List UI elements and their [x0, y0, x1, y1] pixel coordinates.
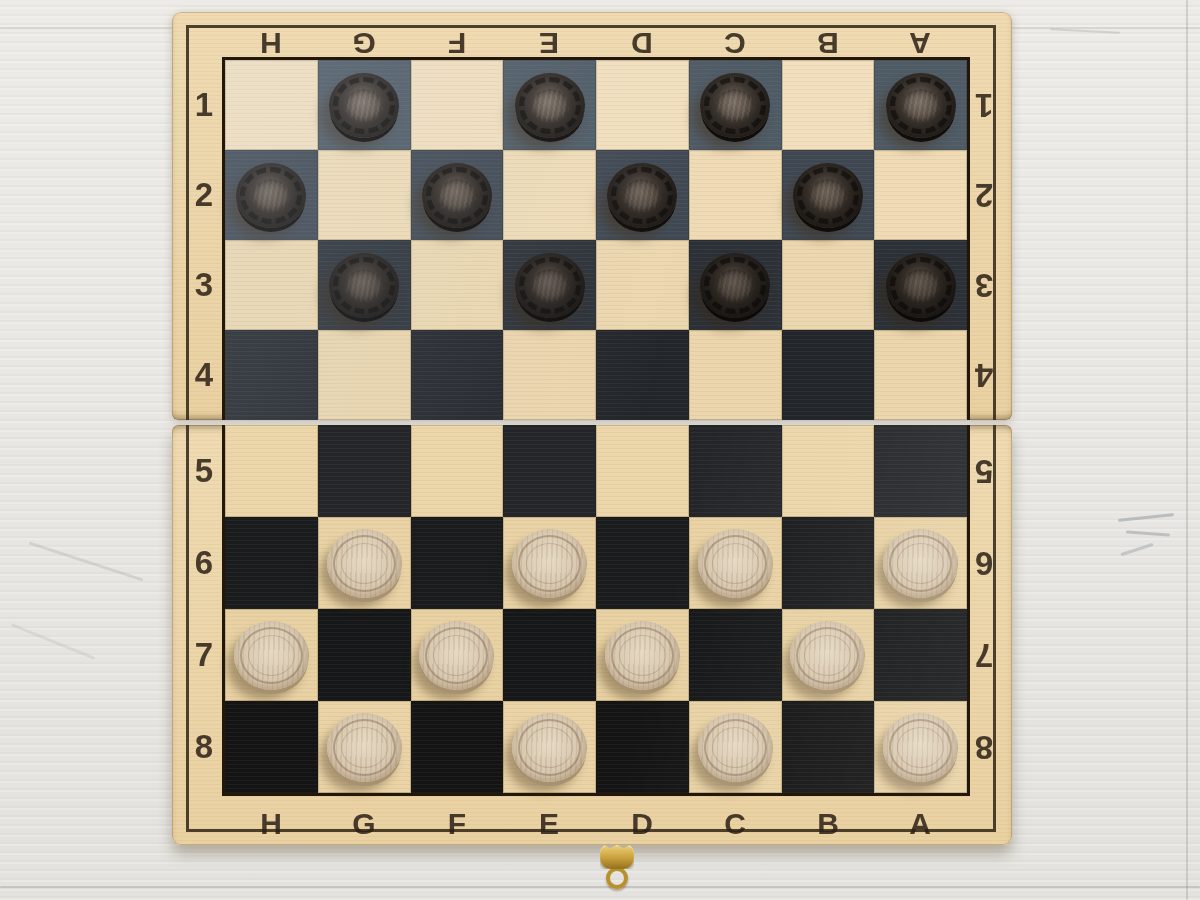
square-d2[interactable]: [596, 150, 689, 240]
square-c7[interactable]: [689, 609, 782, 701]
rank-label-right-6: 6: [975, 544, 993, 582]
square-g3[interactable]: [318, 240, 411, 330]
square-f7[interactable]: [411, 609, 504, 701]
light-checker-c8[interactable]: [698, 713, 773, 782]
file-label-top-c: C: [724, 26, 746, 60]
square-h2[interactable]: [225, 150, 318, 240]
square-b5[interactable]: [782, 425, 875, 517]
file-label-top-g: G: [352, 26, 375, 60]
square-c2[interactable]: [689, 150, 782, 240]
square-f1[interactable]: [411, 60, 504, 150]
rank-label-right-1: 1: [975, 86, 993, 124]
square-h1[interactable]: [225, 60, 318, 150]
square-a6[interactable]: [874, 517, 967, 609]
square-e4[interactable]: [503, 330, 596, 420]
table-streak: [11, 623, 96, 659]
dark-checker-g3[interactable]: [329, 253, 399, 318]
square-e8[interactable]: [503, 701, 596, 793]
dark-checker-b2[interactable]: [793, 163, 863, 228]
square-e6[interactable]: [503, 517, 596, 609]
file-label-top-h: H: [260, 26, 282, 60]
square-b7[interactable]: [782, 609, 875, 701]
folding-checkers-board: HHGGFFEEDDCCBBAA1122334455667788: [172, 12, 1012, 845]
dark-checker-d2[interactable]: [607, 163, 677, 228]
rank-label-left-2: 2: [195, 176, 213, 214]
file-label-top-e: E: [539, 26, 559, 60]
dark-checker-e3[interactable]: [515, 253, 585, 318]
square-f6[interactable]: [411, 517, 504, 609]
file-label-bottom-a: A: [909, 807, 931, 841]
rank-label-left-1: 1: [195, 86, 213, 124]
file-label-bottom-h: H: [260, 807, 282, 841]
square-g1[interactable]: [318, 60, 411, 150]
rank-label-right-4: 4: [975, 356, 993, 394]
square-e2[interactable]: [503, 150, 596, 240]
rank-label-left-6: 6: [195, 544, 213, 582]
square-g4[interactable]: [318, 330, 411, 420]
table-streak: [28, 542, 143, 582]
square-f3[interactable]: [411, 240, 504, 330]
square-c8[interactable]: [689, 701, 782, 793]
file-label-top-a: A: [909, 26, 931, 60]
square-a4[interactable]: [874, 330, 967, 420]
square-b3[interactable]: [782, 240, 875, 330]
square-e1[interactable]: [503, 60, 596, 150]
rank-label-left-3: 3: [195, 266, 213, 304]
square-d1[interactable]: [596, 60, 689, 150]
square-b4[interactable]: [782, 330, 875, 420]
square-c4[interactable]: [689, 330, 782, 420]
square-h8[interactable]: [225, 701, 318, 793]
file-label-top-b: B: [817, 26, 839, 60]
square-e7[interactable]: [503, 609, 596, 701]
square-f2[interactable]: [411, 150, 504, 240]
light-checker-a8[interactable]: [883, 713, 958, 782]
rank-label-left-5: 5: [195, 452, 213, 490]
dark-checker-a3[interactable]: [886, 253, 956, 318]
rank-label-left-8: 8: [195, 728, 213, 766]
rank-label-left-7: 7: [195, 636, 213, 674]
square-h4[interactable]: [225, 330, 318, 420]
square-a8[interactable]: [874, 701, 967, 793]
light-checker-g8[interactable]: [327, 713, 402, 782]
square-b1[interactable]: [782, 60, 875, 150]
brass-latch: [597, 845, 637, 887]
dark-checker-f2[interactable]: [422, 163, 492, 228]
square-h6[interactable]: [225, 517, 318, 609]
square-f5[interactable]: [411, 425, 504, 517]
latch-hook: [606, 867, 628, 889]
square-b8[interactable]: [782, 701, 875, 793]
square-g7[interactable]: [318, 609, 411, 701]
square-e5[interactable]: [503, 425, 596, 517]
pencil-scribble: [1118, 513, 1174, 522]
square-b2[interactable]: [782, 150, 875, 240]
file-label-bottom-c: C: [724, 807, 746, 841]
square-g2[interactable]: [318, 150, 411, 240]
light-checker-a6[interactable]: [883, 529, 958, 598]
dark-checker-e1[interactable]: [515, 73, 585, 138]
square-e3[interactable]: [503, 240, 596, 330]
square-a2[interactable]: [874, 150, 967, 240]
light-checker-g6[interactable]: [327, 529, 402, 598]
square-g5[interactable]: [318, 425, 411, 517]
file-label-bottom-d: D: [631, 807, 653, 841]
dark-checker-h2[interactable]: [236, 163, 306, 228]
square-a5[interactable]: [874, 425, 967, 517]
photo-canvas: { "game": "checkers (draughts) — startin…: [0, 0, 1200, 900]
playing-grid-ranks-1-4: [222, 57, 970, 420]
square-d8[interactable]: [596, 701, 689, 793]
rank-label-right-7: 7: [975, 636, 993, 674]
square-h5[interactable]: [225, 425, 318, 517]
rank-label-right-8: 8: [975, 728, 993, 766]
dark-checker-c3[interactable]: [700, 253, 770, 318]
dark-checker-g1[interactable]: [329, 73, 399, 138]
rank-label-right-2: 2: [975, 176, 993, 214]
square-c3[interactable]: [689, 240, 782, 330]
square-h3[interactable]: [225, 240, 318, 330]
table-plank-seam: [1186, 0, 1188, 900]
pencil-scribble: [1126, 530, 1170, 536]
square-d6[interactable]: [596, 517, 689, 609]
square-f4[interactable]: [411, 330, 504, 420]
square-d4[interactable]: [596, 330, 689, 420]
rank-label-right-5: 5: [975, 452, 993, 490]
light-checker-d7[interactable]: [605, 621, 680, 690]
square-a3[interactable]: [874, 240, 967, 330]
file-label-bottom-b: B: [817, 807, 839, 841]
square-a7[interactable]: [874, 609, 967, 701]
rank-label-right-3: 3: [975, 266, 993, 304]
dark-checker-c1[interactable]: [700, 73, 770, 138]
square-d5[interactable]: [596, 425, 689, 517]
file-label-top-d: D: [631, 26, 653, 60]
square-d3[interactable]: [596, 240, 689, 330]
light-checker-e8[interactable]: [512, 713, 587, 782]
square-g6[interactable]: [318, 517, 411, 609]
latch-plate: [600, 845, 634, 869]
light-checker-h7[interactable]: [234, 621, 309, 690]
square-f8[interactable]: [411, 701, 504, 793]
light-checker-c6[interactable]: [698, 529, 773, 598]
table-streak: [1050, 28, 1120, 34]
pencil-scribble: [1120, 543, 1153, 556]
playing-grid-ranks-5-8: [222, 425, 970, 796]
square-c6[interactable]: [689, 517, 782, 609]
square-g8[interactable]: [318, 701, 411, 793]
square-c1[interactable]: [689, 60, 782, 150]
file-label-bottom-e: E: [539, 807, 559, 841]
rank-label-left-4: 4: [195, 356, 213, 394]
square-b6[interactable]: [782, 517, 875, 609]
file-label-bottom-f: F: [448, 807, 466, 841]
file-label-bottom-g: G: [352, 807, 375, 841]
square-h7[interactable]: [225, 609, 318, 701]
square-a1[interactable]: [874, 60, 967, 150]
light-checker-b7[interactable]: [790, 621, 865, 690]
light-checker-e6[interactable]: [512, 529, 587, 598]
file-label-top-f: F: [448, 26, 466, 60]
square-c5[interactable]: [689, 425, 782, 517]
light-checker-f7[interactable]: [419, 621, 494, 690]
dark-checker-a1[interactable]: [886, 73, 956, 138]
square-d7[interactable]: [596, 609, 689, 701]
